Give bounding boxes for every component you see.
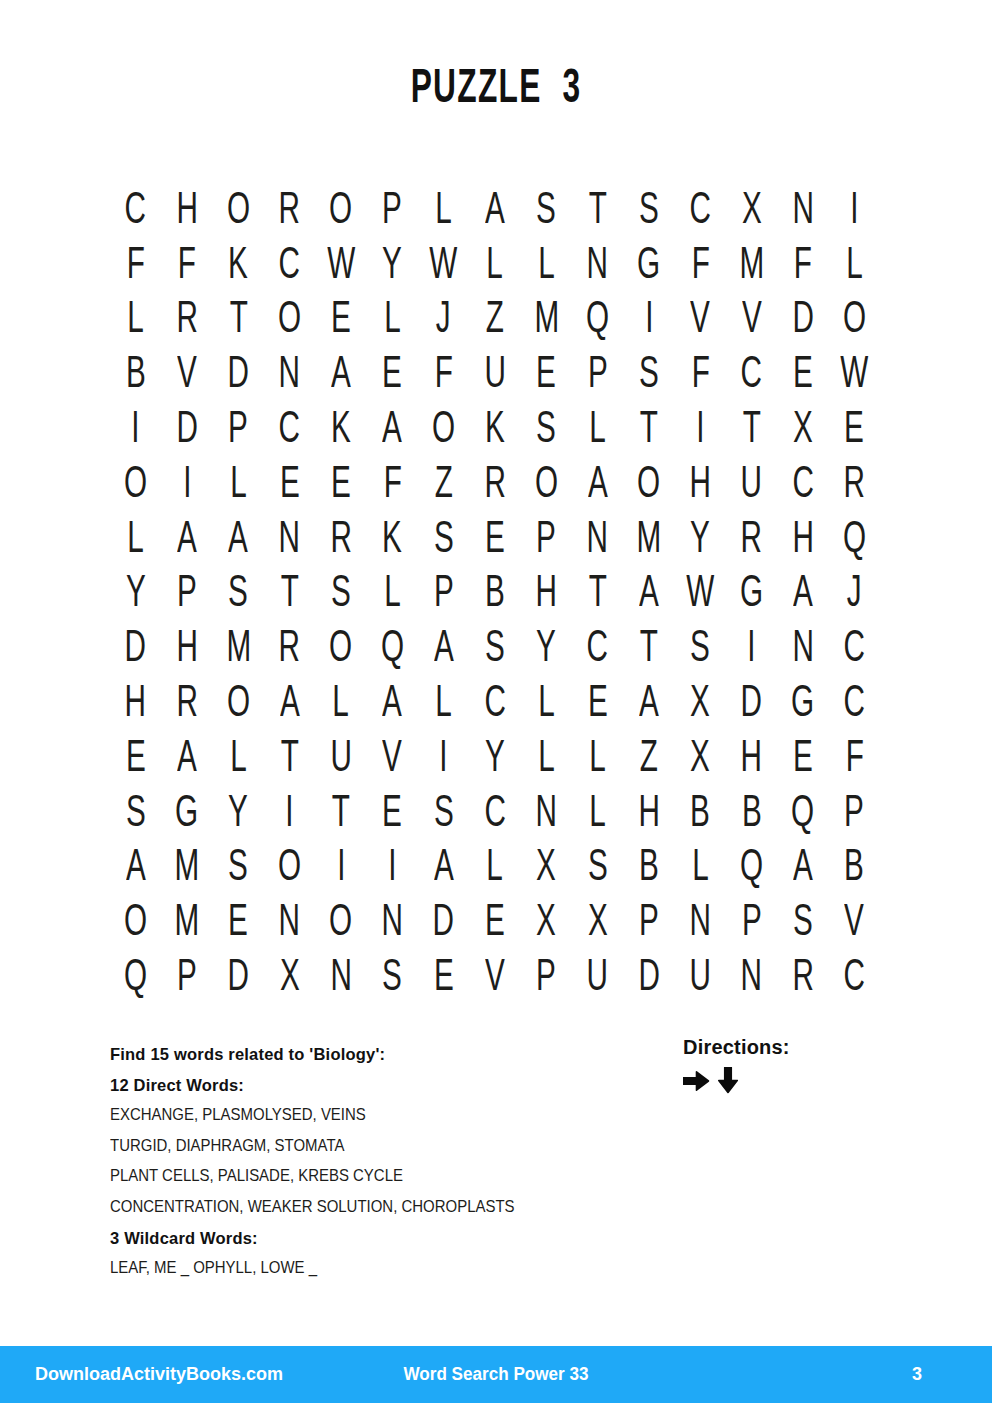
grid-cell[interactable]: V <box>675 290 726 345</box>
word-grid: CHOROPLASTSCXNIFFKCWYWLLNGFMFLLRTOELJZMQ… <box>110 180 880 1002</box>
grid-cell[interactable]: I <box>623 290 674 345</box>
grid-cell[interactable]: H <box>623 783 674 838</box>
grid-cell[interactable]: D <box>726 673 777 728</box>
grid-cell[interactable]: T <box>572 564 623 619</box>
grid-cell[interactable]: L <box>675 838 726 893</box>
grid-cell[interactable]: L <box>469 838 520 893</box>
grid-cell[interactable]: I <box>418 728 469 783</box>
grid-cell[interactable]: G <box>777 673 828 728</box>
grid-cell[interactable]: B <box>469 564 520 619</box>
grid-cell[interactable]: N <box>777 180 828 235</box>
grid-cell[interactable]: N <box>726 947 777 1002</box>
grid-cell[interactable]: S <box>315 564 366 619</box>
grid-cell[interactable]: D <box>213 344 264 399</box>
grid-cell[interactable]: A <box>367 399 418 454</box>
grid-cell[interactable]: W <box>675 564 726 619</box>
grid-cell[interactable]: X <box>572 892 623 947</box>
grid-cell[interactable]: L <box>367 290 418 345</box>
grid-cell[interactable]: P <box>726 892 777 947</box>
grid-cell[interactable]: O <box>315 618 366 673</box>
grid-cell[interactable]: S <box>469 618 520 673</box>
grid-cell[interactable]: A <box>572 454 623 509</box>
grid-cell[interactable]: R <box>777 947 828 1002</box>
grid-cell[interactable]: R <box>469 454 520 509</box>
grid-cell[interactable]: V <box>829 892 880 947</box>
grid-cell[interactable]: I <box>726 618 777 673</box>
grid-cell[interactable]: J <box>829 564 880 619</box>
grid-cell[interactable]: F <box>829 728 880 783</box>
grid-cell[interactable]: C <box>469 673 520 728</box>
grid-cell[interactable]: C <box>777 454 828 509</box>
grid-cell[interactable]: L <box>572 399 623 454</box>
grid-cell[interactable]: B <box>829 838 880 893</box>
grid-cell[interactable]: D <box>623 947 674 1002</box>
grid-cell[interactable]: H <box>110 673 161 728</box>
grid-cell[interactable]: O <box>264 838 315 893</box>
grid-cell[interactable]: O <box>829 290 880 345</box>
grid-cell[interactable]: L <box>829 235 880 290</box>
direct-words-line: TURGID, DIAPHRAGM, STOMATA <box>110 1131 532 1162</box>
grid-cell[interactable]: C <box>469 783 520 838</box>
grid-cell[interactable]: A <box>418 838 469 893</box>
grid-cell[interactable]: H <box>161 618 212 673</box>
grid-cell[interactable]: P <box>418 564 469 619</box>
grid-cell[interactable]: X <box>675 673 726 728</box>
grid-cell[interactable]: D <box>213 947 264 1002</box>
grid-cell[interactable]: S <box>418 783 469 838</box>
grid-cell[interactable]: C <box>829 947 880 1002</box>
grid-cell[interactable]: M <box>213 618 264 673</box>
grid-cell[interactable]: U <box>675 947 726 1002</box>
wildcard-words-heading: 3 Wildcard Words: <box>110 1223 590 1254</box>
grid-cell[interactable]: S <box>623 180 674 235</box>
grid-cell[interactable]: W <box>829 344 880 399</box>
grid-cell[interactable]: S <box>213 838 264 893</box>
grid-cell[interactable]: L <box>110 290 161 345</box>
grid-cell[interactable]: R <box>161 290 212 345</box>
grid-cell[interactable]: L <box>521 728 572 783</box>
grid-cell[interactable]: I <box>829 180 880 235</box>
grid-cell[interactable]: P <box>367 180 418 235</box>
grid-cell[interactable]: L <box>213 454 264 509</box>
grid-cell[interactable]: B <box>623 838 674 893</box>
grid-cell[interactable]: I <box>264 783 315 838</box>
grid-cell[interactable]: P <box>213 399 264 454</box>
grid-cell[interactable]: Q <box>829 509 880 564</box>
grid-cell[interactable]: E <box>367 344 418 399</box>
grid-cell[interactable]: N <box>572 509 623 564</box>
grid-cell[interactable]: D <box>418 892 469 947</box>
grid-cell[interactable]: I <box>367 838 418 893</box>
grid-cell[interactable]: C <box>572 618 623 673</box>
grid-cell[interactable]: E <box>110 728 161 783</box>
grid-cell[interactable]: R <box>161 673 212 728</box>
grid-cell[interactable]: E <box>469 509 520 564</box>
grid-cell[interactable]: O <box>623 454 674 509</box>
grid-cell[interactable]: V <box>367 728 418 783</box>
grid-cell[interactable]: S <box>572 838 623 893</box>
grid-cell[interactable]: P <box>829 783 880 838</box>
grid-cell[interactable]: A <box>418 618 469 673</box>
grid-cell[interactable]: L <box>418 180 469 235</box>
grid-cell[interactable]: X <box>726 180 777 235</box>
grid-cell[interactable]: E <box>315 454 366 509</box>
grid-cell[interactable]: X <box>521 838 572 893</box>
grid-cell[interactable]: N <box>264 892 315 947</box>
grid-cell[interactable]: O <box>110 454 161 509</box>
grid-cell[interactable]: O <box>110 892 161 947</box>
grid-cell[interactable]: Y <box>110 564 161 619</box>
grid-cell[interactable]: S <box>521 180 572 235</box>
grid-cell[interactable]: L <box>418 673 469 728</box>
grid-cell[interactable]: V <box>161 344 212 399</box>
grid-cell[interactable]: T <box>726 399 777 454</box>
grid-cell[interactable]: R <box>829 454 880 509</box>
grid-cell[interactable]: O <box>213 180 264 235</box>
grid-cell[interactable]: R <box>264 180 315 235</box>
directions-arrows <box>683 1067 790 1094</box>
wildcard-words-line: LEAF, ME _ OPHYLL, LOWE _ <box>110 1253 532 1284</box>
grid-cell[interactable]: D <box>110 618 161 673</box>
grid-cell[interactable]: E <box>521 344 572 399</box>
grid-cell[interactable]: O <box>264 290 315 345</box>
grid-cell[interactable]: Y <box>469 728 520 783</box>
grid-cell[interactable]: S <box>367 947 418 1002</box>
direct-words-line: PLANT CELLS, PALISADE, KREBS CYCLE <box>110 1161 532 1192</box>
grid-cell[interactable]: L <box>469 235 520 290</box>
grid-cell[interactable]: U <box>315 728 366 783</box>
grid-cell[interactable]: S <box>110 783 161 838</box>
grid-cell[interactable]: F <box>418 344 469 399</box>
grid-cell[interactable]: P <box>623 892 674 947</box>
grid-cell[interactable]: C <box>675 180 726 235</box>
grid-cell[interactable]: T <box>264 728 315 783</box>
grid-cell[interactable]: A <box>623 564 674 619</box>
grid-cell[interactable]: S <box>213 564 264 619</box>
grid-cell[interactable]: P <box>161 564 212 619</box>
grid-cell[interactable]: L <box>572 728 623 783</box>
grid-cell[interactable]: U <box>469 344 520 399</box>
grid-cell[interactable]: G <box>623 235 674 290</box>
grid-cell[interactable]: Y <box>213 783 264 838</box>
grid-cell[interactable]: A <box>315 344 366 399</box>
grid-cell[interactable]: E <box>264 454 315 509</box>
grid-cell[interactable]: S <box>777 892 828 947</box>
clues-section: Find 15 words related to 'Biology': 12 D… <box>110 1039 590 1284</box>
grid-cell[interactable]: Z <box>469 290 520 345</box>
grid-cell[interactable]: M <box>521 290 572 345</box>
direct-words-line: EXCHANGE, PLASMOLYSED, VEINS <box>110 1100 532 1131</box>
grid-cell[interactable]: I <box>161 454 212 509</box>
grid-cell[interactable]: N <box>367 892 418 947</box>
grid-cell[interactable]: S <box>521 399 572 454</box>
grid-cell[interactable]: E <box>367 783 418 838</box>
grid-cell[interactable]: X <box>777 399 828 454</box>
grid-cell[interactable]: E <box>572 673 623 728</box>
grid-cell[interactable]: P <box>161 947 212 1002</box>
grid-cell[interactable]: H <box>675 454 726 509</box>
grid-cell[interactable]: L <box>110 509 161 564</box>
grid-cell[interactable]: T <box>264 564 315 619</box>
grid-cell[interactable]: S <box>623 344 674 399</box>
grid-cell[interactable]: M <box>726 235 777 290</box>
grid-cell[interactable]: V <box>726 290 777 345</box>
grid-cell[interactable]: E <box>469 892 520 947</box>
grid-cell[interactable]: C <box>264 235 315 290</box>
grid-cell[interactable]: N <box>315 947 366 1002</box>
grid-cell[interactable]: N <box>572 235 623 290</box>
grid-cell[interactable]: O <box>315 892 366 947</box>
grid-cell[interactable]: L <box>521 673 572 728</box>
grid-cell[interactable]: F <box>675 344 726 399</box>
grid-cell[interactable]: A <box>161 509 212 564</box>
grid-cell[interactable]: Q <box>726 838 777 893</box>
grid-cell[interactable]: O <box>521 454 572 509</box>
grid-cell[interactable]: N <box>264 509 315 564</box>
grid-cell[interactable]: E <box>829 399 880 454</box>
grid-cell[interactable]: N <box>675 892 726 947</box>
grid-cell[interactable]: L <box>367 564 418 619</box>
grid-cell[interactable]: Q <box>110 947 161 1002</box>
grid-cell[interactable]: E <box>777 728 828 783</box>
grid-cell[interactable]: A <box>469 180 520 235</box>
grid-cell[interactable]: C <box>829 673 880 728</box>
grid-cell[interactable]: D <box>161 399 212 454</box>
grid-cell[interactable]: E <box>418 947 469 1002</box>
grid-cell[interactable]: P <box>572 344 623 399</box>
grid-cell[interactable]: T <box>623 618 674 673</box>
page-title: PUZZLE 3 <box>169 58 824 113</box>
grid-cell[interactable]: K <box>469 399 520 454</box>
grid-cell[interactable]: S <box>675 618 726 673</box>
grid-cell[interactable]: P <box>521 509 572 564</box>
grid-cell[interactable]: Q <box>777 783 828 838</box>
right-arrow-icon <box>683 1068 710 1094</box>
grid-cell[interactable]: Q <box>572 290 623 345</box>
grid-cell[interactable]: U <box>726 454 777 509</box>
grid-cell[interactable]: E <box>213 892 264 947</box>
grid-cell[interactable]: C <box>726 344 777 399</box>
grid-cell[interactable]: A <box>213 509 264 564</box>
grid-cell[interactable]: L <box>521 235 572 290</box>
grid-cell[interactable]: X <box>675 728 726 783</box>
grid-cell[interactable]: C <box>264 399 315 454</box>
grid-cell[interactable]: N <box>521 783 572 838</box>
grid-cell[interactable]: U <box>572 947 623 1002</box>
grid-cell[interactable]: B <box>726 783 777 838</box>
grid-cell[interactable]: X <box>264 947 315 1002</box>
grid-cell[interactable]: F <box>161 235 212 290</box>
grid-cell[interactable]: B <box>675 783 726 838</box>
direct-words-line: CONCENTRATION, WEAKER SOLUTION, CHOROPLA… <box>110 1192 532 1223</box>
grid-cell[interactable]: Z <box>418 454 469 509</box>
grid-cell[interactable]: G <box>161 783 212 838</box>
grid-cell[interactable]: E <box>315 290 366 345</box>
footer-book-title: Word Search Power 33 <box>25 1364 967 1385</box>
grid-cell[interactable]: G <box>726 564 777 619</box>
grid-cell[interactable]: R <box>315 509 366 564</box>
grid-cell[interactable]: H <box>521 564 572 619</box>
grid-cell[interactable]: O <box>315 180 366 235</box>
grid-cell[interactable]: H <box>161 180 212 235</box>
grid-cell[interactable]: A <box>161 728 212 783</box>
grid-cell[interactable]: T <box>623 399 674 454</box>
grid-cell[interactable]: A <box>367 673 418 728</box>
grid-cell[interactable]: N <box>777 618 828 673</box>
grid-cell[interactable]: C <box>110 180 161 235</box>
grid-cell[interactable]: W <box>418 235 469 290</box>
grid-cell[interactable]: H <box>726 728 777 783</box>
grid-cell[interactable]: Y <box>675 509 726 564</box>
grid-cell[interactable]: J <box>418 290 469 345</box>
grid-cell[interactable]: A <box>264 673 315 728</box>
grid-cell[interactable]: A <box>623 673 674 728</box>
grid-cell[interactable]: M <box>161 838 212 893</box>
grid-cell[interactable]: P <box>521 947 572 1002</box>
grid-cell[interactable]: A <box>777 564 828 619</box>
down-arrow-icon <box>715 1067 741 1094</box>
grid-cell[interactable]: M <box>161 892 212 947</box>
directions-heading: Directions: <box>683 1036 790 1059</box>
grid-cell[interactable]: Y <box>521 618 572 673</box>
grid-cell[interactable]: T <box>315 783 366 838</box>
grid-cell[interactable]: Y <box>367 235 418 290</box>
find-words-heading: Find 15 words related to 'Biology': <box>110 1039 590 1070</box>
grid-cell[interactable]: W <box>315 235 366 290</box>
grid-cell[interactable]: L <box>572 783 623 838</box>
footer-page-number: 3 <box>912 1364 922 1385</box>
grid-cell[interactable]: O <box>213 673 264 728</box>
grid-cell[interactable]: K <box>213 235 264 290</box>
grid-cell[interactable]: X <box>521 892 572 947</box>
grid-cell[interactable]: D <box>777 290 828 345</box>
grid-cell[interactable]: T <box>213 290 264 345</box>
grid-cell[interactable]: K <box>367 509 418 564</box>
grid-cell[interactable]: I <box>110 399 161 454</box>
grid-cell[interactable]: F <box>367 454 418 509</box>
footer-bar: DownloadActivityBooks.com Word Search Po… <box>0 1346 992 1403</box>
direct-words-heading: 12 Direct Words: <box>110 1070 590 1101</box>
grid-cell[interactable]: E <box>777 344 828 399</box>
directions-section: Directions: <box>683 1036 790 1094</box>
grid-cell[interactable]: F <box>675 235 726 290</box>
grid-cell[interactable]: O <box>418 399 469 454</box>
grid-cell[interactable]: A <box>110 838 161 893</box>
grid-cell[interactable]: S <box>418 509 469 564</box>
grid-cell[interactable]: V <box>469 947 520 1002</box>
grid-cell[interactable]: F <box>110 235 161 290</box>
grid-cell[interactable]: R <box>726 509 777 564</box>
grid-cell[interactable]: K <box>315 399 366 454</box>
grid-cell[interactable]: L <box>315 673 366 728</box>
grid-cell[interactable]: R <box>264 618 315 673</box>
puzzle-page: PUZZLE 3 CHOROPLASTSCXNIFFKCWYWLLNGFMFLL… <box>0 0 992 1403</box>
grid-cell[interactable]: I <box>675 399 726 454</box>
grid-cell[interactable]: M <box>623 509 674 564</box>
grid-cell[interactable]: T <box>572 180 623 235</box>
grid-cell[interactable]: Q <box>367 618 418 673</box>
grid-cell[interactable]: F <box>777 235 828 290</box>
grid-cell[interactable]: N <box>264 344 315 399</box>
grid-cell[interactable]: B <box>110 344 161 399</box>
grid-cell[interactable]: Z <box>623 728 674 783</box>
grid-cell[interactable]: H <box>777 509 828 564</box>
grid-cell[interactable]: I <box>315 838 366 893</box>
grid-cell[interactable]: A <box>777 838 828 893</box>
grid-cell[interactable]: L <box>213 728 264 783</box>
grid-cell[interactable]: C <box>829 618 880 673</box>
